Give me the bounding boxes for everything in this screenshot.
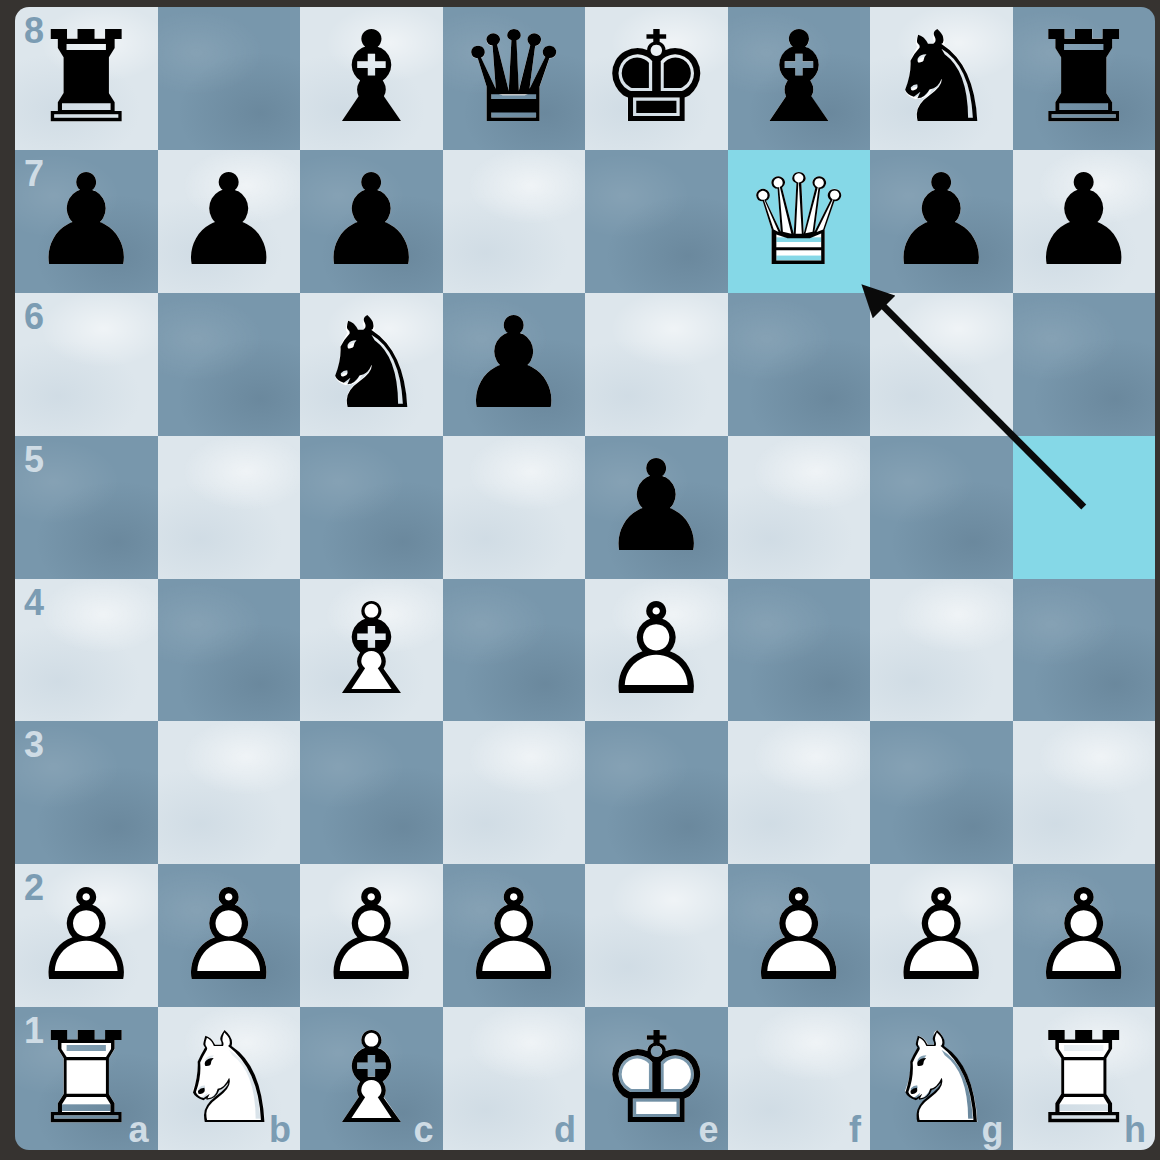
black-queen-icon: ♕ [443, 7, 586, 150]
square-g5[interactable] [870, 436, 1013, 579]
white-knight[interactable]: ♞♘ [158, 1007, 301, 1150]
black-pawn-icon: ♟ [15, 150, 158, 293]
white-knight-icon: ♘ [158, 1007, 301, 1150]
black-pawn-icon: ♙ [15, 150, 158, 293]
square-a6[interactable]: 6 [15, 293, 158, 436]
file-label-d: d [554, 1112, 576, 1148]
square-f5[interactable] [728, 436, 871, 579]
black-rook-icon: ♖ [1013, 7, 1156, 150]
square-f4[interactable] [728, 579, 871, 722]
black-pawn[interactable]: ♙♟ [158, 150, 301, 293]
white-king-icon: ♚ [585, 1007, 728, 1150]
white-knight[interactable]: ♞♘ [870, 1007, 1013, 1150]
square-a2[interactable]: 2♟♙ [15, 864, 158, 1007]
white-bishop-icon: ♝ [300, 1007, 443, 1150]
white-pawn-icon: ♙ [728, 864, 871, 1007]
black-knight[interactable]: ♘♞ [300, 293, 443, 436]
square-b8[interactable] [158, 7, 301, 150]
square-h1[interactable]: h♜♖ [1013, 1007, 1156, 1150]
black-pawn-icon: ♟ [300, 150, 443, 293]
rank-label-3: 3 [24, 727, 44, 763]
square-h2[interactable]: ♟♙ [1013, 864, 1156, 1007]
white-bishop-icon: ♗ [300, 1007, 443, 1150]
square-d6[interactable]: ♙♟ [443, 293, 586, 436]
black-pawn[interactable]: ♙♟ [1013, 150, 1156, 293]
black-rook-icon: ♜ [15, 7, 158, 150]
black-pawn[interactable]: ♙♟ [300, 150, 443, 293]
square-g4[interactable] [870, 579, 1013, 722]
square-e3[interactable] [585, 721, 728, 864]
black-rook-icon: ♖ [15, 7, 158, 150]
white-pawn-icon: ♟ [1013, 864, 1156, 1007]
square-g6[interactable] [870, 293, 1013, 436]
square-e1[interactable]: e♚♔ [585, 1007, 728, 1150]
white-pawn-icon: ♟ [443, 864, 586, 1007]
square-c4[interactable]: ♝♗ [300, 579, 443, 722]
square-b3[interactable] [158, 721, 301, 864]
square-c3[interactable] [300, 721, 443, 864]
black-bishop[interactable]: ♗♝ [728, 7, 871, 150]
page-background: { "game": "chess", "position": { "fen": … [0, 0, 1160, 1160]
black-bishop-icon: ♗ [300, 7, 443, 150]
white-king-icon: ♔ [585, 1007, 728, 1150]
white-rook[interactable]: ♜♖ [15, 1007, 158, 1150]
square-f8[interactable]: ♗♝ [728, 7, 871, 150]
square-g8[interactable]: ♘♞ [870, 7, 1013, 150]
black-queen[interactable]: ♕♛ [443, 7, 586, 150]
black-rook[interactable]: ♖♜ [15, 7, 158, 150]
black-pawn-icon: ♟ [443, 293, 586, 436]
chess-board: 8♖♜♗♝♕♛♔♚♗♝♘♞♖♜7♙♟♙♟♙♟♛♕♙♟♙♟6♘♞♙♟5♙♟4♝♗♟… [15, 7, 1155, 1150]
white-rook-icon: ♜ [15, 1007, 158, 1150]
square-g3[interactable] [870, 721, 1013, 864]
black-king-icon: ♚ [585, 7, 728, 150]
black-knight-icon: ♘ [300, 293, 443, 436]
black-pawn-icon: ♙ [443, 293, 586, 436]
square-c6[interactable]: ♘♞ [300, 293, 443, 436]
square-h6[interactable] [1013, 293, 1156, 436]
white-rook-icon: ♜ [1013, 1007, 1156, 1150]
square-a5[interactable]: 5 [15, 436, 158, 579]
white-queen-icon: ♕ [728, 150, 871, 293]
square-e8[interactable]: ♔♚ [585, 7, 728, 150]
square-f7[interactable]: ♛♕ [728, 150, 871, 293]
square-b4[interactable] [158, 579, 301, 722]
black-queen-icon: ♛ [443, 7, 586, 150]
white-knight-icon: ♘ [870, 1007, 1013, 1150]
white-king[interactable]: ♚♔ [585, 1007, 728, 1150]
white-rook-icon: ♖ [15, 1007, 158, 1150]
white-bishop[interactable]: ♝♗ [300, 1007, 443, 1150]
black-bishop[interactable]: ♗♝ [300, 7, 443, 150]
white-pawn[interactable]: ♟♙ [870, 864, 1013, 1007]
white-pawn-icon: ♟ [300, 864, 443, 1007]
square-b7[interactable]: ♙♟ [158, 150, 301, 293]
black-king-icon: ♔ [585, 7, 728, 150]
square-e7[interactable] [585, 150, 728, 293]
black-pawn-icon: ♟ [585, 436, 728, 579]
black-pawn-icon: ♙ [585, 436, 728, 579]
square-d3[interactable] [443, 721, 586, 864]
square-a4[interactable]: 4 [15, 579, 158, 722]
file-label-f: f [849, 1112, 861, 1148]
white-pawn-icon: ♟ [728, 864, 871, 1007]
black-bishop-icon: ♝ [728, 7, 871, 150]
square-b6[interactable] [158, 293, 301, 436]
white-queen[interactable]: ♛♕ [728, 150, 871, 293]
white-pawn[interactable]: ♟♙ [15, 864, 158, 1007]
square-h3[interactable] [1013, 721, 1156, 864]
white-queen-icon: ♛ [728, 150, 871, 293]
white-bishop[interactable]: ♝♗ [300, 579, 443, 722]
black-knight[interactable]: ♘♞ [870, 7, 1013, 150]
black-pawn-icon: ♙ [870, 150, 1013, 293]
square-f1[interactable]: f [728, 1007, 871, 1150]
black-pawn-icon: ♟ [870, 150, 1013, 293]
white-bishop-icon: ♝ [300, 579, 443, 722]
white-pawn[interactable]: ♟♙ [443, 864, 586, 1007]
square-d7[interactable] [443, 150, 586, 293]
square-b5[interactable] [158, 436, 301, 579]
square-e6[interactable] [585, 293, 728, 436]
white-pawn-icon: ♟ [158, 864, 301, 1007]
black-bishop-icon: ♗ [728, 7, 871, 150]
black-pawn-icon: ♟ [158, 150, 301, 293]
square-c7[interactable]: ♙♟ [300, 150, 443, 293]
square-h7[interactable]: ♙♟ [1013, 150, 1156, 293]
white-pawn[interactable]: ♟♙ [158, 864, 301, 1007]
square-c1[interactable]: c♝♗ [300, 1007, 443, 1150]
white-pawn-icon: ♙ [443, 864, 586, 1007]
black-pawn-icon: ♙ [158, 150, 301, 293]
white-rook[interactable]: ♜♖ [1013, 1007, 1156, 1150]
black-rook-icon: ♜ [1013, 7, 1156, 150]
square-d2[interactable]: ♟♙ [443, 864, 586, 1007]
square-g2[interactable]: ♟♙ [870, 864, 1013, 1007]
white-pawn[interactable]: ♟♙ [300, 864, 443, 1007]
square-d8[interactable]: ♕♛ [443, 7, 586, 150]
square-f2[interactable]: ♟♙ [728, 864, 871, 1007]
square-c5[interactable] [300, 436, 443, 579]
square-d1[interactable]: d [443, 1007, 586, 1150]
black-pawn-icon: ♙ [1013, 150, 1156, 293]
square-d5[interactable] [443, 436, 586, 579]
square-e5[interactable]: ♙♟ [585, 436, 728, 579]
square-a8[interactable]: 8♖♜ [15, 7, 158, 150]
square-a1[interactable]: 1a♜♖ [15, 1007, 158, 1150]
white-pawn-icon: ♙ [158, 864, 301, 1007]
black-pawn[interactable]: ♙♟ [870, 150, 1013, 293]
white-pawn-icon: ♙ [870, 864, 1013, 1007]
white-bishop-icon: ♗ [300, 579, 443, 722]
white-pawn-icon: ♙ [300, 864, 443, 1007]
white-pawn-icon: ♟ [15, 864, 158, 1007]
square-b1[interactable]: b♞♘ [158, 1007, 301, 1150]
square-f3[interactable] [728, 721, 871, 864]
black-rook[interactable]: ♖♜ [1013, 7, 1156, 150]
black-pawn-icon: ♙ [300, 150, 443, 293]
square-g1[interactable]: g♞♘ [870, 1007, 1013, 1150]
square-c8[interactable]: ♗♝ [300, 7, 443, 150]
black-pawn-icon: ♟ [1013, 150, 1156, 293]
white-pawn[interactable]: ♟♙ [585, 579, 728, 722]
white-pawn[interactable]: ♟♙ [1013, 864, 1156, 1007]
square-f6[interactable] [728, 293, 871, 436]
white-knight-icon: ♞ [158, 1007, 301, 1150]
square-d4[interactable] [443, 579, 586, 722]
white-pawn-icon: ♙ [585, 579, 728, 722]
black-knight-icon: ♞ [300, 293, 443, 436]
square-h8[interactable]: ♖♜ [1013, 7, 1156, 150]
white-pawn-icon: ♟ [870, 864, 1013, 1007]
square-a3[interactable]: 3 [15, 721, 158, 864]
white-pawn[interactable]: ♟♙ [728, 864, 871, 1007]
square-c2[interactable]: ♟♙ [300, 864, 443, 1007]
black-pawn[interactable]: ♙♟ [443, 293, 586, 436]
square-h4[interactable] [1013, 579, 1156, 722]
black-pawn[interactable]: ♙♟ [585, 436, 728, 579]
square-b2[interactable]: ♟♙ [158, 864, 301, 1007]
white-pawn-icon: ♙ [15, 864, 158, 1007]
white-rook-icon: ♖ [1013, 1007, 1156, 1150]
square-e2[interactable] [585, 864, 728, 1007]
rank-label-5: 5 [24, 442, 44, 478]
square-h5[interactable] [1013, 436, 1156, 579]
white-pawn-icon: ♙ [1013, 864, 1156, 1007]
black-bishop-icon: ♝ [300, 7, 443, 150]
black-knight-icon: ♘ [870, 7, 1013, 150]
white-knight-icon: ♞ [870, 1007, 1013, 1150]
square-e4[interactable]: ♟♙ [585, 579, 728, 722]
black-king[interactable]: ♔♚ [585, 7, 728, 150]
black-pawn[interactable]: ♙♟ [15, 150, 158, 293]
rank-label-6: 6 [24, 299, 44, 335]
square-g7[interactable]: ♙♟ [870, 150, 1013, 293]
rank-label-4: 4 [24, 585, 44, 621]
black-knight-icon: ♞ [870, 7, 1013, 150]
square-a7[interactable]: 7♙♟ [15, 150, 158, 293]
white-pawn-icon: ♟ [585, 579, 728, 722]
